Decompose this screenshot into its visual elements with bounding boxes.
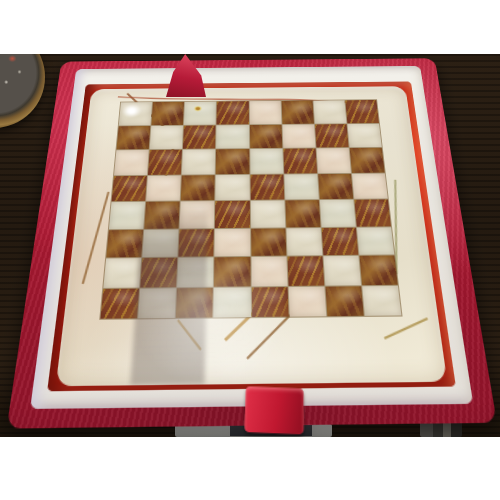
marble-swirl — [112, 175, 147, 201]
square-h6[interactable] — [350, 148, 385, 173]
marble-swirl — [142, 229, 178, 257]
square-c8[interactable] — [184, 102, 216, 125]
square-f8[interactable] — [281, 101, 314, 124]
square-d4[interactable] — [215, 201, 249, 228]
marble-swirl — [215, 201, 249, 228]
coaster — [0, 54, 45, 128]
square-b5[interactable] — [146, 175, 181, 201]
square-a4[interactable] — [109, 202, 145, 229]
square-f4[interactable] — [285, 200, 320, 227]
square-h3[interactable] — [357, 227, 395, 255]
square-a5[interactable] — [112, 175, 147, 201]
marble-swirl — [180, 201, 215, 228]
square-b3[interactable] — [142, 229, 178, 257]
square-c6[interactable] — [182, 149, 215, 174]
marble-swirl — [216, 125, 248, 149]
marble-swirl — [100, 288, 139, 319]
square-c4[interactable] — [180, 201, 215, 228]
marble-swirl — [146, 175, 181, 201]
marble-swirl — [354, 199, 391, 226]
square-b7[interactable] — [150, 125, 183, 149]
square-h8[interactable] — [345, 100, 379, 123]
square-h7[interactable] — [347, 123, 381, 147]
marble-swirl — [216, 149, 249, 174]
marble-swirl — [150, 125, 183, 149]
square-f6[interactable] — [283, 148, 317, 173]
letterbox-top — [0, 0, 500, 54]
marble-swirl — [103, 258, 141, 287]
square-a7[interactable] — [117, 126, 151, 150]
marble-swirl — [249, 101, 281, 124]
square-d3[interactable] — [215, 228, 250, 256]
square-c5[interactable] — [181, 175, 215, 201]
marble-swirl — [345, 100, 379, 123]
square-e3[interactable] — [251, 228, 286, 256]
onyx-board-slab — [56, 86, 448, 386]
square-g5[interactable] — [318, 173, 353, 199]
marble-swirl — [181, 175, 215, 201]
square-g1[interactable] — [325, 286, 364, 317]
square-b2[interactable] — [140, 258, 177, 287]
square-b4[interactable] — [144, 201, 180, 228]
marble-swirl — [350, 148, 385, 173]
marble-swirl — [216, 174, 250, 200]
pull-tab — [244, 386, 303, 434]
marble-swirl — [144, 201, 180, 228]
square-f7[interactable] — [282, 124, 315, 148]
square-h4[interactable] — [354, 199, 391, 226]
marble-swirl — [251, 257, 287, 286]
square-f5[interactable] — [284, 174, 319, 200]
marble-swirl — [283, 148, 317, 173]
marble-swirl — [321, 227, 358, 255]
square-d8[interactable] — [217, 101, 249, 124]
marble-swirl — [359, 255, 397, 284]
square-f2[interactable] — [287, 256, 324, 285]
square-e7[interactable] — [249, 124, 282, 148]
square-e2[interactable] — [251, 257, 287, 286]
marble-swirl — [284, 174, 319, 200]
square-d5[interactable] — [216, 174, 250, 200]
square-e6[interactable] — [250, 149, 283, 174]
marble-swirl — [214, 257, 250, 286]
square-g6[interactable] — [316, 148, 351, 173]
square-b6[interactable] — [148, 150, 182, 175]
marble-swirl — [357, 227, 395, 255]
letterbox-bottom — [0, 437, 500, 500]
square-c7[interactable] — [183, 125, 216, 149]
square-e8[interactable] — [249, 101, 281, 124]
square-a2[interactable] — [103, 258, 141, 287]
marble-swirl — [138, 288, 176, 319]
marble-swirl — [251, 287, 288, 318]
marble-swirl — [320, 200, 356, 227]
square-f1[interactable] — [288, 286, 326, 317]
marble-swirl — [148, 150, 182, 175]
marble-swirl — [250, 200, 285, 227]
marble-swirl — [352, 173, 388, 199]
marble-swirl — [318, 173, 353, 199]
marble-swirl — [114, 150, 149, 175]
marble-swirl — [316, 148, 351, 173]
marble-swirl — [183, 125, 216, 149]
square-e4[interactable] — [250, 200, 285, 227]
square-a3[interactable] — [106, 229, 143, 257]
marble-swirl — [152, 102, 185, 125]
square-d1[interactable] — [214, 287, 251, 318]
marble-swirl — [251, 228, 286, 256]
chess-board-grid — [99, 99, 402, 320]
marble-swirl — [281, 101, 314, 124]
square-g3[interactable] — [321, 227, 358, 255]
marble-swirl — [325, 286, 364, 317]
square-a8[interactable] — [119, 102, 152, 125]
marble-swirl — [249, 124, 282, 148]
marble-swirl — [250, 174, 284, 200]
marble-swirl — [250, 149, 283, 174]
table-scene — [0, 54, 500, 437]
square-e1[interactable] — [251, 287, 288, 318]
box-and-board-assembly — [7, 58, 497, 428]
square-c2[interactable] — [177, 257, 213, 286]
square-f3[interactable] — [286, 228, 322, 256]
marble-swirl — [179, 229, 215, 257]
square-d6[interactable] — [216, 149, 249, 174]
square-a1[interactable] — [100, 288, 139, 319]
marble-swirl — [217, 101, 249, 124]
gold-fleck-accent — [194, 106, 202, 111]
marble-swirl — [285, 200, 320, 227]
square-h5[interactable] — [352, 173, 388, 199]
square-d2[interactable] — [214, 257, 250, 286]
marble-swirl — [282, 124, 315, 148]
marble-swirl — [323, 256, 361, 285]
marble-swirl — [315, 124, 349, 148]
marble-swirl — [140, 258, 177, 287]
square-g4[interactable] — [320, 200, 356, 227]
marble-swirl — [362, 285, 401, 316]
square-b8[interactable] — [152, 102, 185, 125]
marble-swirl — [287, 256, 324, 285]
marble-swirl — [182, 149, 215, 174]
photo-of-chess-board-in-box — [0, 0, 500, 500]
marble-swirl — [214, 287, 251, 318]
marble-swirl — [286, 228, 322, 256]
square-a6[interactable] — [114, 150, 149, 175]
marble-swirl — [288, 286, 326, 317]
square-h1[interactable] — [362, 285, 401, 316]
marble-swirl — [313, 100, 346, 123]
square-d7[interactable] — [216, 125, 248, 149]
square-h2[interactable] — [359, 255, 397, 284]
square-g7[interactable] — [315, 124, 349, 148]
square-e5[interactable] — [250, 174, 284, 200]
marble-swirl — [215, 228, 250, 256]
marble-swirl — [109, 202, 145, 229]
marble-swirl — [184, 102, 216, 125]
square-g8[interactable] — [313, 100, 346, 123]
marble-swirl — [117, 126, 151, 150]
marble-swirl — [176, 287, 213, 318]
square-c3[interactable] — [179, 229, 215, 257]
marble-swirl — [177, 257, 213, 286]
square-c1[interactable] — [176, 287, 213, 318]
square-b1[interactable] — [138, 288, 176, 319]
square-g2[interactable] — [323, 256, 361, 285]
marble-swirl — [347, 123, 381, 147]
marble-swirl — [106, 229, 143, 257]
